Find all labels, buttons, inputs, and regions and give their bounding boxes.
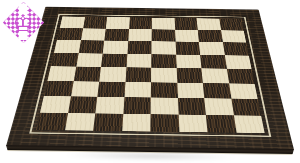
square bbox=[78, 40, 104, 53]
square bbox=[174, 18, 197, 30]
square bbox=[83, 17, 107, 29]
square bbox=[176, 54, 202, 68]
square bbox=[151, 54, 176, 68]
square bbox=[197, 18, 221, 30]
product-photo: ♔ bbox=[0, 0, 300, 163]
square bbox=[223, 42, 249, 55]
square bbox=[73, 67, 101, 82]
square bbox=[178, 98, 206, 115]
square bbox=[200, 55, 226, 69]
square bbox=[204, 98, 233, 115]
square bbox=[201, 68, 228, 83]
square bbox=[76, 53, 103, 67]
square bbox=[231, 99, 261, 116]
square bbox=[103, 41, 128, 54]
square bbox=[127, 41, 152, 54]
square bbox=[152, 29, 176, 41]
square bbox=[93, 113, 123, 131]
square bbox=[226, 69, 254, 84]
square bbox=[125, 67, 151, 82]
shop-logo: ♔ bbox=[1, 0, 45, 44]
square bbox=[51, 53, 79, 67]
square bbox=[129, 17, 152, 29]
square bbox=[175, 29, 199, 41]
square bbox=[106, 17, 130, 29]
square bbox=[124, 82, 151, 98]
square bbox=[199, 42, 225, 55]
square bbox=[47, 66, 75, 81]
square bbox=[57, 28, 83, 40]
chessboard bbox=[6, 7, 296, 150]
square bbox=[151, 82, 178, 98]
chess-king-icon: ♔ bbox=[1, 8, 45, 38]
square bbox=[123, 97, 151, 114]
square bbox=[101, 53, 127, 67]
square bbox=[97, 81, 125, 97]
square bbox=[36, 112, 68, 130]
square bbox=[175, 42, 200, 55]
square bbox=[152, 18, 175, 30]
square bbox=[122, 114, 151, 132]
square bbox=[128, 29, 152, 41]
square bbox=[65, 113, 96, 131]
square bbox=[40, 96, 71, 113]
square bbox=[151, 68, 177, 83]
square bbox=[68, 96, 98, 113]
square bbox=[71, 81, 100, 97]
square bbox=[104, 28, 128, 40]
square bbox=[221, 30, 246, 42]
square bbox=[229, 83, 258, 99]
square bbox=[54, 40, 81, 53]
square bbox=[203, 83, 231, 99]
square bbox=[95, 97, 124, 114]
board-frame bbox=[6, 7, 294, 150]
square bbox=[177, 82, 204, 98]
square bbox=[126, 54, 151, 68]
square bbox=[151, 97, 179, 114]
photo-tilt bbox=[0, 0, 300, 163]
square bbox=[99, 67, 126, 82]
square bbox=[60, 16, 85, 28]
square bbox=[151, 41, 175, 54]
square bbox=[81, 28, 106, 40]
square bbox=[224, 55, 251, 69]
square bbox=[219, 19, 244, 31]
square bbox=[198, 30, 223, 42]
board-squares bbox=[36, 16, 265, 133]
square bbox=[150, 114, 179, 132]
square bbox=[206, 115, 236, 133]
square bbox=[178, 114, 207, 132]
square bbox=[44, 81, 73, 97]
square bbox=[233, 115, 264, 133]
square bbox=[176, 68, 202, 83]
